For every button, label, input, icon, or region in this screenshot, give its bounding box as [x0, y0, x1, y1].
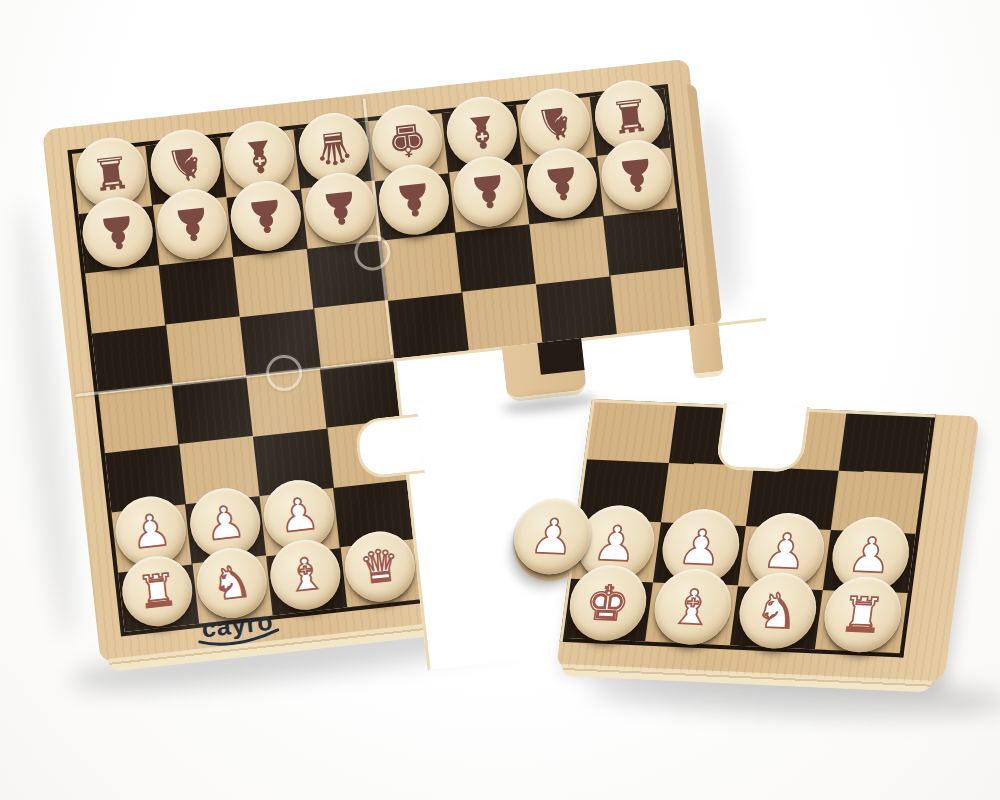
knight-glyph: ♞ [193, 544, 270, 621]
disc-white-king[interactable]: ♚ [564, 563, 650, 642]
pawn-glyph: ♟ [598, 137, 675, 214]
disc-black-pawn[interactable]: ♟ [450, 153, 527, 230]
disc-white-bishop[interactable]: ♝ [267, 536, 344, 613]
disc-black-pawn[interactable]: ♟ [301, 169, 378, 246]
pawn-glyph: ♟ [376, 161, 453, 238]
disc-white-bishop[interactable]: ♝ [649, 567, 735, 646]
detached-puzzle-piece[interactable]: ♟♟♟♟♚♝♞♜♟ [556, 399, 979, 683]
knight-glyph: ♞ [734, 571, 820, 650]
disc-white-rook[interactable]: ♜ [819, 575, 905, 654]
queen-glyph: ♛ [341, 528, 418, 605]
pawn-glyph: ♟ [450, 153, 527, 230]
rook-glyph: ♜ [819, 575, 905, 654]
pawn-glyph: ♟ [227, 177, 304, 254]
pawn-glyph: ♟ [153, 186, 230, 263]
disc-black-pawn[interactable]: ♟ [153, 186, 230, 263]
disc-white-knight[interactable]: ♞ [734, 571, 820, 650]
bishop-glyph: ♝ [649, 567, 735, 646]
king-glyph: ♚ [564, 563, 650, 642]
detached-piece-pieces: ♟♟♟♟♚♝♞♜♟ [556, 399, 979, 683]
disc-white-rook[interactable]: ♜ [119, 552, 196, 629]
disc-white-queen[interactable]: ♛ [341, 528, 418, 605]
disc-black-pawn[interactable]: ♟ [227, 177, 304, 254]
pawn-glyph: ♟ [301, 169, 378, 246]
rook-glyph: ♜ [119, 552, 196, 629]
bishop-glyph: ♝ [267, 536, 344, 613]
disc-black-pawn[interactable]: ♟ [79, 194, 156, 271]
pawn-glyph: ♟ [524, 145, 601, 222]
disc-black-pawn[interactable]: ♟ [598, 137, 675, 214]
pawn-glyph: ♟ [79, 194, 156, 271]
disc-black-pawn[interactable]: ♟ [376, 161, 453, 238]
disc-black-pawn[interactable]: ♟ [524, 145, 601, 222]
disc-white-knight[interactable]: ♞ [193, 544, 270, 621]
